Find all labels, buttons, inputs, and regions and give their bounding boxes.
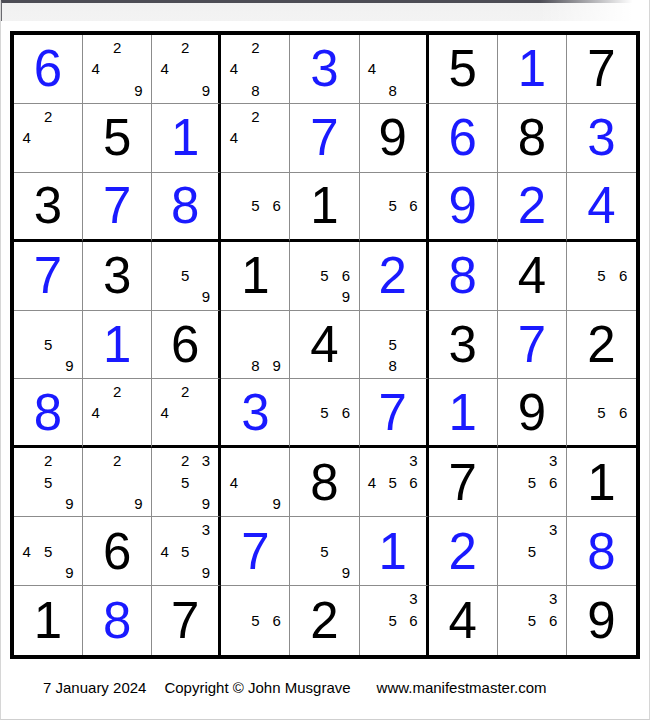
pencil-marks: 59: [16, 313, 80, 377]
pencil-digit-3: 3: [403, 450, 424, 471]
pencil-digit-6: 6: [335, 402, 356, 423]
cell-r7c9[interactable]: 1: [567, 448, 636, 517]
pencil-digit-5: 5: [382, 334, 403, 355]
solved-digit: 1: [171, 112, 199, 163]
pencil-digit-5: 5: [37, 472, 58, 493]
pencil-digit-2: 2: [37, 450, 58, 471]
sudoku-board: 6249249248348517245124796833785615692473…: [10, 31, 640, 659]
solved-digit: 1: [103, 319, 131, 370]
pencil-digit-4: 4: [154, 402, 175, 423]
cell-r6c8[interactable]: 9: [498, 379, 567, 448]
given-digit: 9: [378, 112, 406, 163]
cell-r8c2[interactable]: 6: [83, 517, 152, 586]
pencil-digit-6: 6: [403, 472, 424, 493]
cell-r7c5[interactable]: 8: [290, 448, 359, 517]
cell-r3c1[interactable]: 3: [14, 173, 83, 242]
given-digit: 8: [310, 457, 338, 508]
pencil-digit-9: 9: [59, 493, 80, 514]
pencil-digit-8: 8: [382, 355, 403, 376]
cell-r3c9[interactable]: 4: [567, 173, 636, 242]
pencil-digit-9: 9: [128, 493, 149, 514]
given-digit: 9: [587, 595, 615, 646]
pencil-digit-3: 3: [543, 450, 564, 471]
page: 6249249248348517245124796833785615692473…: [0, 0, 650, 720]
given-digit: 7: [449, 457, 477, 508]
pencil-digit-9: 9: [196, 80, 217, 101]
given-digit: 1: [310, 180, 338, 231]
pencil-marks: 24: [154, 381, 216, 443]
pencil-digit-3: 3: [543, 588, 564, 610]
pencil-digit-4: 4: [223, 58, 244, 79]
pencil-digit-5: 5: [175, 265, 196, 286]
cell-r6c7[interactable]: 1: [429, 379, 498, 448]
pencil-marks: 56: [223, 588, 287, 653]
solved-digit: 6: [34, 43, 62, 94]
pencil-digit-4: 4: [16, 127, 37, 148]
cell-r7c7[interactable]: 7: [429, 448, 498, 517]
cell-r8c4[interactable]: 7: [221, 517, 290, 586]
pencil-marks: 56: [569, 244, 634, 308]
given-digit: 3: [449, 319, 477, 370]
cell-r1c3[interactable]: 249: [152, 35, 221, 104]
pencil-digit-6: 6: [403, 610, 424, 632]
pencil-digit-6: 6: [543, 472, 564, 493]
cell-r9c6[interactable]: 356: [360, 586, 429, 655]
pencil-digit-9: 9: [196, 562, 217, 583]
cell-r5c5[interactable]: 4: [290, 311, 359, 380]
pencil-marks: 56: [569, 381, 634, 443]
cell-r5c6[interactable]: 58: [360, 311, 429, 380]
cell-r4c8[interactable]: 4: [498, 242, 567, 311]
cell-r9c9[interactable]: 9: [567, 586, 636, 655]
pencil-marks: 48: [362, 37, 424, 101]
pencil-digit-6: 6: [335, 265, 356, 286]
cell-r9c2[interactable]: 8: [83, 586, 152, 655]
cell-r5c3[interactable]: 6: [152, 311, 221, 380]
solved-digit: 1: [378, 526, 406, 577]
pencil-digit-5: 5: [382, 472, 403, 493]
solved-digit: 9: [449, 180, 477, 231]
pencil-digit-4: 4: [154, 541, 175, 562]
pencil-digit-5: 5: [521, 541, 542, 562]
cell-r4c1[interactable]: 7: [14, 242, 83, 311]
pencil-digit-9: 9: [335, 286, 356, 307]
pencil-marks: 49: [223, 450, 287, 514]
pencil-digit-5: 5: [521, 472, 542, 493]
cell-r2c5[interactable]: 7: [290, 104, 359, 173]
cell-r4c4[interactable]: 1: [221, 242, 290, 311]
given-digit: 5: [103, 112, 131, 163]
solved-digit: 3: [241, 387, 269, 438]
pencil-digit-9: 9: [128, 80, 149, 101]
pencil-digit-3: 3: [196, 450, 217, 471]
pencil-marks: 56: [292, 381, 356, 443]
solved-digit: 1: [518, 43, 546, 94]
given-digit: 3: [34, 180, 62, 231]
pencil-digit-5: 5: [314, 265, 335, 286]
given-digit: 3: [103, 250, 131, 301]
pencil-digit-2: 2: [106, 450, 127, 471]
cell-r5c2[interactable]: 1: [83, 311, 152, 380]
pencil-digit-4: 4: [362, 58, 383, 79]
cell-r5c9[interactable]: 2: [567, 311, 636, 380]
pencil-digit-5: 5: [37, 334, 58, 355]
cell-r2c9[interactable]: 3: [567, 104, 636, 173]
pencil-digit-4: 4: [362, 472, 383, 493]
cell-r1c2[interactable]: 249: [83, 35, 152, 104]
solved-digit: 8: [103, 595, 131, 646]
pencil-digit-6: 6: [612, 402, 634, 423]
pencil-digit-5: 5: [314, 541, 335, 562]
cell-r9c3[interactable]: 7: [152, 586, 221, 655]
cell-r6c9[interactable]: 56: [567, 379, 636, 448]
solved-digit: 2: [378, 250, 406, 301]
pencil-digit-6: 6: [266, 195, 287, 216]
pencil-digit-8: 8: [382, 80, 403, 101]
pencil-marks: 2359: [154, 450, 216, 514]
pencil-digit-2: 2: [37, 106, 58, 127]
cell-r3c8[interactable]: 2: [498, 173, 567, 242]
cell-r9c7[interactable]: 4: [429, 586, 498, 655]
cell-r1c7[interactable]: 5: [429, 35, 498, 104]
pencil-digit-2: 2: [106, 37, 127, 58]
solved-digit: 2: [518, 180, 546, 231]
pencil-digit-2: 2: [245, 37, 266, 58]
given-digit: 4: [518, 250, 546, 301]
pencil-marks: 24: [85, 381, 149, 443]
solved-digit: 7: [34, 250, 62, 301]
cell-r8c7[interactable]: 2: [429, 517, 498, 586]
pencil-digit-4: 4: [154, 58, 175, 79]
given-digit: 4: [310, 319, 338, 370]
cell-r2c2[interactable]: 5: [83, 104, 152, 173]
solved-digit: 4: [587, 180, 615, 231]
pencil-marks: 249: [85, 37, 149, 101]
cell-r2c7[interactable]: 6: [429, 104, 498, 173]
cell-r7c3[interactable]: 2359: [152, 448, 221, 517]
solved-digit: 7: [103, 180, 131, 231]
given-digit: 2: [310, 595, 338, 646]
cell-r1c9[interactable]: 7: [567, 35, 636, 104]
cell-r6c3[interactable]: 24: [152, 379, 221, 448]
solved-digit: 3: [587, 112, 615, 163]
cell-r1c5[interactable]: 3: [290, 35, 359, 104]
pencil-digit-3: 3: [403, 588, 424, 610]
cell-r8c5[interactable]: 59: [290, 517, 359, 586]
cell-r6c2[interactable]: 24: [83, 379, 152, 448]
pencil-digit-2: 2: [175, 37, 196, 58]
pencil-digit-5: 5: [382, 610, 403, 632]
pencil-digit-6: 6: [612, 265, 634, 286]
pencil-digit-3: 3: [196, 519, 217, 540]
pencil-marks: 356: [500, 450, 564, 514]
solved-digit: 2: [449, 526, 477, 577]
cell-r1c8[interactable]: 1: [498, 35, 567, 104]
given-digit: 5: [449, 43, 477, 94]
pencil-digit-3: 3: [543, 519, 564, 540]
pencil-digit-5: 5: [591, 265, 613, 286]
cell-r3c3[interactable]: 8: [152, 173, 221, 242]
pencil-digit-2: 2: [106, 381, 127, 402]
cell-r3c5[interactable]: 1: [290, 173, 359, 242]
cell-r9c5[interactable]: 2: [290, 586, 359, 655]
given-digit: 1: [241, 250, 269, 301]
pencil-digit-5: 5: [245, 610, 266, 632]
footer-copyright: Copyright © John Musgrave: [164, 679, 350, 696]
footer-website: www.manifestmaster.com: [377, 679, 547, 696]
pencil-marks: 29: [85, 450, 149, 514]
cell-r5c1[interactable]: 59: [14, 311, 83, 380]
pencil-marks: 24: [223, 106, 287, 170]
cell-r1c1[interactable]: 6: [14, 35, 83, 104]
pencil-digit-4: 4: [223, 472, 244, 493]
cell-r2c4[interactable]: 24: [221, 104, 290, 173]
pencil-marks: 59: [292, 519, 356, 583]
cell-r6c5[interactable]: 56: [290, 379, 359, 448]
cell-r6c6[interactable]: 7: [360, 379, 429, 448]
cell-r2c1[interactable]: 24: [14, 104, 83, 173]
cell-r9c4[interactable]: 56: [221, 586, 290, 655]
pencil-digit-9: 9: [266, 355, 287, 376]
pencil-digit-2: 2: [175, 381, 196, 402]
pencil-digit-8: 8: [245, 355, 266, 376]
cell-r4c5[interactable]: 569: [290, 242, 359, 311]
pencil-digit-5: 5: [382, 195, 403, 216]
pencil-marks: 24: [16, 106, 80, 170]
solved-digit: 8: [587, 526, 615, 577]
given-digit: 9: [518, 387, 546, 438]
pencil-marks: 56: [362, 175, 424, 237]
pencil-marks: 248: [223, 37, 287, 101]
cell-r7c1[interactable]: 259: [14, 448, 83, 517]
cell-r8c3[interactable]: 3459: [152, 517, 221, 586]
solved-digit: 7: [310, 112, 338, 163]
cell-r3c7[interactable]: 9: [429, 173, 498, 242]
solved-digit: 3: [310, 43, 338, 94]
pencil-digit-9: 9: [196, 286, 217, 307]
given-digit: 7: [587, 43, 615, 94]
solved-digit: 7: [378, 387, 406, 438]
pencil-digit-9: 9: [59, 562, 80, 583]
cell-r2c3[interactable]: 1: [152, 104, 221, 173]
pencil-digit-5: 5: [175, 541, 196, 562]
cell-r9c1[interactable]: 1: [14, 586, 83, 655]
cell-r8c6[interactable]: 1: [360, 517, 429, 586]
pencil-digit-4: 4: [223, 127, 244, 148]
window-chrome: [1, 0, 649, 21]
pencil-digit-5: 5: [37, 541, 58, 562]
pencil-marks: 3459: [154, 519, 216, 583]
cell-r8c1[interactable]: 459: [14, 517, 83, 586]
pencil-digit-9: 9: [196, 493, 217, 514]
cell-r1c4[interactable]: 248: [221, 35, 290, 104]
pencil-marks: 356: [500, 588, 564, 653]
cell-r4c9[interactable]: 56: [567, 242, 636, 311]
cell-r4c6[interactable]: 2: [360, 242, 429, 311]
pencil-digit-9: 9: [59, 355, 80, 376]
pencil-digit-6: 6: [403, 195, 424, 216]
given-digit: 8: [518, 112, 546, 163]
given-digit: 2: [587, 319, 615, 370]
pencil-digit-5: 5: [314, 402, 335, 423]
cell-r6c4[interactable]: 3: [221, 379, 290, 448]
solved-digit: 8: [171, 180, 199, 231]
pencil-marks: 59: [154, 244, 216, 308]
pencil-digit-5: 5: [245, 195, 266, 216]
pencil-marks: 56: [223, 175, 287, 237]
pencil-marks: 356: [362, 588, 424, 653]
cell-r2c6[interactable]: 9: [360, 104, 429, 173]
footer-date: 7 January 2024: [43, 679, 146, 696]
pencil-digit-2: 2: [175, 450, 196, 471]
pencil-marks: 259: [16, 450, 80, 514]
given-digit: 6: [103, 526, 131, 577]
cell-r7c4[interactable]: 49: [221, 448, 290, 517]
given-digit: 7: [171, 595, 199, 646]
pencil-marks: 569: [292, 244, 356, 308]
solved-digit: 6: [449, 112, 477, 163]
cell-r1c6[interactable]: 48: [360, 35, 429, 104]
given-digit: 6: [171, 319, 199, 370]
pencil-marks: 249: [154, 37, 216, 101]
given-digit: 1: [34, 595, 62, 646]
cell-r4c2[interactable]: 3: [83, 242, 152, 311]
cell-r3c2[interactable]: 7: [83, 173, 152, 242]
pencil-marks: 3456: [362, 450, 424, 514]
pencil-digit-2: 2: [245, 106, 266, 127]
pencil-digit-9: 9: [266, 493, 287, 514]
solved-digit: 8: [34, 387, 62, 438]
cell-r5c4[interactable]: 89: [221, 311, 290, 380]
solved-digit: 1: [449, 387, 477, 438]
pencil-digit-5: 5: [521, 610, 542, 632]
solved-digit: 7: [518, 319, 546, 370]
cell-r8c8[interactable]: 35: [498, 517, 567, 586]
cell-r3c4[interactable]: 56: [221, 173, 290, 242]
pencil-marks: 35: [500, 519, 564, 583]
given-digit: 4: [449, 595, 477, 646]
cell-r9c8[interactable]: 356: [498, 586, 567, 655]
pencil-digit-5: 5: [591, 402, 613, 423]
pencil-digit-5: 5: [175, 472, 196, 493]
pencil-digit-6: 6: [266, 610, 287, 632]
cell-r5c8[interactable]: 7: [498, 311, 567, 380]
footer: 7 January 2024Copyright © John Musgravew…: [43, 679, 649, 696]
cell-r2c8[interactable]: 8: [498, 104, 567, 173]
cell-r8c9[interactable]: 8: [567, 517, 636, 586]
cell-r7c8[interactable]: 356: [498, 448, 567, 517]
cell-r7c2[interactable]: 29: [83, 448, 152, 517]
cell-r3c6[interactable]: 56: [360, 173, 429, 242]
cell-r5c7[interactable]: 3: [429, 311, 498, 380]
pencil-marks: 89: [223, 313, 287, 377]
pencil-digit-6: 6: [543, 610, 564, 632]
solved-digit: 8: [449, 250, 477, 301]
pencil-digit-4: 4: [85, 58, 106, 79]
cell-r7c6[interactable]: 3456: [360, 448, 429, 517]
pencil-digit-4: 4: [16, 541, 37, 562]
pencil-digit-8: 8: [245, 80, 266, 101]
pencil-digit-9: 9: [335, 562, 356, 583]
cell-r4c3[interactable]: 59: [152, 242, 221, 311]
given-digit: 1: [587, 457, 615, 508]
cell-r6c1[interactable]: 8: [14, 379, 83, 448]
cell-r4c7[interactable]: 8: [429, 242, 498, 311]
solved-digit: 7: [241, 526, 269, 577]
pencil-marks: 58: [362, 313, 424, 377]
pencil-marks: 459: [16, 519, 80, 583]
pencil-digit-4: 4: [85, 402, 106, 423]
